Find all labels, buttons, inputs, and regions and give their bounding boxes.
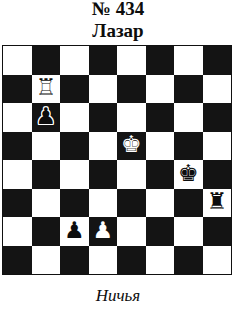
square-d5	[89, 132, 118, 161]
square-a5	[3, 132, 32, 161]
square-c7	[60, 75, 89, 104]
square-h2	[203, 217, 232, 246]
square-h4	[203, 160, 232, 189]
square-b6: ♟	[32, 103, 61, 132]
square-h7	[203, 75, 232, 104]
black-rook: ♜	[206, 190, 227, 213]
square-b5	[32, 132, 61, 161]
square-c5	[60, 132, 89, 161]
square-a3	[3, 189, 32, 218]
square-e1	[117, 246, 146, 275]
square-e5: ♚	[117, 132, 146, 161]
square-h1	[203, 246, 232, 275]
square-f2	[146, 217, 175, 246]
square-h6	[203, 103, 232, 132]
square-e6	[117, 103, 146, 132]
square-d4	[89, 160, 118, 189]
square-b7: ♖	[32, 75, 61, 104]
square-h8	[203, 46, 232, 75]
square-d8	[89, 46, 118, 75]
square-e4	[117, 160, 146, 189]
square-d1	[89, 246, 118, 275]
square-h3: ♜	[203, 189, 232, 218]
square-d7	[89, 75, 118, 104]
square-e3	[117, 189, 146, 218]
square-e2	[117, 217, 146, 246]
square-c6	[60, 103, 89, 132]
square-a4	[3, 160, 32, 189]
square-g7	[174, 75, 203, 104]
white-pawn: ♟	[92, 219, 113, 242]
square-a2	[3, 217, 32, 246]
square-c4	[60, 160, 89, 189]
white-king: ♚	[121, 133, 142, 156]
square-c2: ♟	[60, 217, 89, 246]
black-king: ♚	[178, 162, 199, 185]
square-g2	[174, 217, 203, 246]
square-f6	[146, 103, 175, 132]
square-g5	[174, 132, 203, 161]
square-c8	[60, 46, 89, 75]
square-b8	[32, 46, 61, 75]
square-a8	[3, 46, 32, 75]
square-h5	[203, 132, 232, 161]
square-g1	[174, 246, 203, 275]
square-a6	[3, 103, 32, 132]
result-caption: Ничья	[0, 286, 236, 306]
square-b3	[32, 189, 61, 218]
square-f7	[146, 75, 175, 104]
square-a1	[3, 246, 32, 275]
square-a7	[3, 75, 32, 104]
square-c3	[60, 189, 89, 218]
square-g8	[174, 46, 203, 75]
square-f1	[146, 246, 175, 275]
square-c1	[60, 246, 89, 275]
square-b1	[32, 246, 61, 275]
square-f4	[146, 160, 175, 189]
square-e8	[117, 46, 146, 75]
square-f3	[146, 189, 175, 218]
square-f5	[146, 132, 175, 161]
black-pawn: ♟	[35, 105, 56, 128]
square-g4: ♚	[174, 160, 203, 189]
chess-study-page: { "header": { "number": "№ 434", "compos…	[0, 0, 236, 314]
black-pawn: ♟	[64, 219, 85, 242]
square-b4	[32, 160, 61, 189]
white-rook: ♖	[35, 76, 56, 99]
square-d2: ♟	[89, 217, 118, 246]
square-d6	[89, 103, 118, 132]
chess-board: ♖♟♚♚♜♟♟	[2, 45, 232, 275]
square-g6	[174, 103, 203, 132]
square-f8	[146, 46, 175, 75]
square-g3	[174, 189, 203, 218]
square-e7	[117, 75, 146, 104]
composer-name: Лазар	[0, 20, 236, 42]
study-number: № 434	[0, 0, 236, 20]
square-b2	[32, 217, 61, 246]
square-d3	[89, 189, 118, 218]
